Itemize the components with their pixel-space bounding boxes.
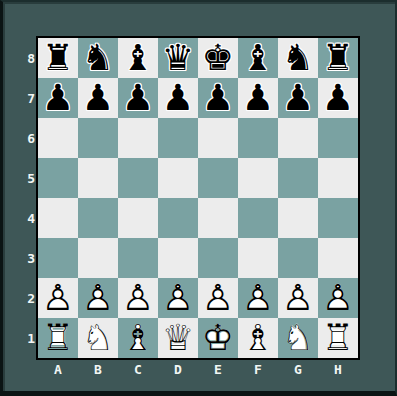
square-c3[interactable] (118, 238, 158, 278)
square-f2[interactable]: ♟♙ (238, 278, 278, 318)
square-d6[interactable] (158, 118, 198, 158)
square-e5[interactable] (198, 158, 238, 198)
rank-label-6: 6 (6, 118, 36, 158)
piece-wB-f1[interactable]: ♝♗ (238, 318, 278, 358)
piece-bP-d7[interactable]: ♟ (158, 78, 198, 118)
piece-bR-h8[interactable]: ♜ (318, 38, 358, 78)
piece-bQ-d8[interactable]: ♛ (158, 38, 198, 78)
piece-wP-a2[interactable]: ♟♙ (38, 278, 78, 318)
square-g7[interactable]: ♟ (278, 78, 318, 118)
square-g4[interactable] (278, 198, 318, 238)
white-piece-outline: ♙ (78, 278, 118, 318)
square-d8[interactable]: ♛ (158, 38, 198, 78)
square-d2[interactable]: ♟♙ (158, 278, 198, 318)
square-c8[interactable]: ♝ (118, 38, 158, 78)
white-piece-outline: ♙ (278, 278, 318, 318)
square-f4[interactable] (238, 198, 278, 238)
chess-app-window: 87654321 ♜♞♝♛♚♝♞♜♟♟♟♟♟♟♟♟♟♙♟♙♟♙♟♙♟♙♟♙♟♙♟… (0, 0, 397, 396)
piece-bK-e8[interactable]: ♚ (198, 38, 238, 78)
rank-label-3: 3 (6, 238, 36, 278)
square-b5[interactable] (78, 158, 118, 198)
square-e2[interactable]: ♟♙ (198, 278, 238, 318)
piece-bP-g7[interactable]: ♟ (278, 78, 318, 118)
white-piece-outline: ♔ (198, 318, 238, 358)
square-h1[interactable]: ♜♖ (318, 318, 358, 358)
rank-label-5: 5 (6, 158, 36, 198)
file-label-a: A (38, 361, 78, 377)
square-e4[interactable] (198, 198, 238, 238)
square-a5[interactable] (38, 158, 78, 198)
square-h3[interactable] (318, 238, 358, 278)
square-d1[interactable]: ♛♕ (158, 318, 198, 358)
square-h7[interactable]: ♟ (318, 78, 358, 118)
square-c2[interactable]: ♟♙ (118, 278, 158, 318)
piece-wQ-d1[interactable]: ♛♕ (158, 318, 198, 358)
white-piece-outline: ♙ (158, 278, 198, 318)
piece-wP-c2[interactable]: ♟♙ (118, 278, 158, 318)
piece-wR-h1[interactable]: ♜♖ (318, 318, 358, 358)
piece-wP-d2[interactable]: ♟♙ (158, 278, 198, 318)
piece-bB-c8[interactable]: ♝ (118, 38, 158, 78)
rank-label-8: 8 (6, 38, 36, 78)
piece-bP-c7[interactable]: ♟ (118, 78, 158, 118)
piece-wP-h2[interactable]: ♟♙ (318, 278, 358, 318)
square-d3[interactable] (158, 238, 198, 278)
square-a4[interactable] (38, 198, 78, 238)
square-b1[interactable]: ♞♘ (78, 318, 118, 358)
white-piece-outline: ♙ (198, 278, 238, 318)
piece-bP-e7[interactable]: ♟ (198, 78, 238, 118)
square-e6[interactable] (198, 118, 238, 158)
white-piece-outline: ♗ (238, 318, 278, 358)
square-f3[interactable] (238, 238, 278, 278)
piece-bP-h7[interactable]: ♟ (318, 78, 358, 118)
rank-label-2: 2 (6, 278, 36, 318)
piece-wP-g2[interactable]: ♟♙ (278, 278, 318, 318)
piece-wN-g1[interactable]: ♞♘ (278, 318, 318, 358)
square-c5[interactable] (118, 158, 158, 198)
piece-bP-b7[interactable]: ♟ (78, 78, 118, 118)
square-c1[interactable]: ♝♗ (118, 318, 158, 358)
piece-bR-a8[interactable]: ♜ (38, 38, 78, 78)
square-a1[interactable]: ♜♖ (38, 318, 78, 358)
piece-bP-f7[interactable]: ♟ (238, 78, 278, 118)
rank-labels: 87654321 (6, 38, 36, 358)
file-label-b: B (78, 361, 118, 377)
square-g5[interactable] (278, 158, 318, 198)
square-d4[interactable] (158, 198, 198, 238)
square-b2[interactable]: ♟♙ (78, 278, 118, 318)
square-d5[interactable] (158, 158, 198, 198)
square-a7[interactable]: ♟ (38, 78, 78, 118)
rank-label-4: 4 (6, 198, 36, 238)
square-h8[interactable]: ♜ (318, 38, 358, 78)
file-label-d: D (158, 361, 198, 377)
piece-wP-b2[interactable]: ♟♙ (78, 278, 118, 318)
square-g6[interactable] (278, 118, 318, 158)
file-label-g: G (278, 361, 318, 377)
white-piece-outline: ♘ (78, 318, 118, 358)
file-label-c: C (118, 361, 158, 377)
square-b4[interactable] (78, 198, 118, 238)
piece-wP-f2[interactable]: ♟♙ (238, 278, 278, 318)
square-b3[interactable] (78, 238, 118, 278)
piece-wP-e2[interactable]: ♟♙ (198, 278, 238, 318)
white-piece-outline: ♗ (118, 318, 158, 358)
square-f8[interactable]: ♝ (238, 38, 278, 78)
rank-label-7: 7 (6, 78, 36, 118)
square-e7[interactable]: ♟ (198, 78, 238, 118)
square-h5[interactable] (318, 158, 358, 198)
square-h4[interactable] (318, 198, 358, 238)
square-h6[interactable] (318, 118, 358, 158)
file-labels: ABCDEFGH (38, 361, 358, 377)
square-c6[interactable] (118, 118, 158, 158)
square-b7[interactable]: ♟ (78, 78, 118, 118)
piece-bN-b8[interactable]: ♞ (78, 38, 118, 78)
file-label-h: H (318, 361, 358, 377)
square-c7[interactable]: ♟ (118, 78, 158, 118)
piece-bN-g8[interactable]: ♞ (278, 38, 318, 78)
square-a3[interactable] (38, 238, 78, 278)
square-c4[interactable] (118, 198, 158, 238)
white-piece-outline: ♖ (318, 318, 358, 358)
white-piece-outline: ♘ (278, 318, 318, 358)
square-a8[interactable]: ♜ (38, 38, 78, 78)
chess-board: ♜♞♝♛♚♝♞♜♟♟♟♟♟♟♟♟♟♙♟♙♟♙♟♙♟♙♟♙♟♙♟♙♜♖♞♘♝♗♛♕… (36, 36, 360, 360)
square-a6[interactable] (38, 118, 78, 158)
rank-label-1: 1 (6, 318, 36, 358)
white-piece-outline: ♙ (118, 278, 158, 318)
square-b6[interactable] (78, 118, 118, 158)
piece-wK-e1[interactable]: ♚♔ (198, 318, 238, 358)
piece-wB-c1[interactable]: ♝♗ (118, 318, 158, 358)
square-e1[interactable]: ♚♔ (198, 318, 238, 358)
white-piece-outline: ♙ (238, 278, 278, 318)
square-e8[interactable]: ♚ (198, 38, 238, 78)
white-piece-outline: ♖ (38, 318, 78, 358)
square-g1[interactable]: ♞♘ (278, 318, 318, 358)
square-b8[interactable]: ♞ (78, 38, 118, 78)
piece-bP-a7[interactable]: ♟ (38, 78, 78, 118)
white-piece-outline: ♕ (158, 318, 198, 358)
square-f1[interactable]: ♝♗ (238, 318, 278, 358)
square-g8[interactable]: ♞ (278, 38, 318, 78)
file-label-e: E (198, 361, 238, 377)
square-g2[interactable]: ♟♙ (278, 278, 318, 318)
white-piece-outline: ♙ (38, 278, 78, 318)
file-label-f: F (238, 361, 278, 377)
square-f5[interactable] (238, 158, 278, 198)
square-a2[interactable]: ♟♙ (38, 278, 78, 318)
piece-wR-a1[interactable]: ♜♖ (38, 318, 78, 358)
square-e3[interactable] (198, 238, 238, 278)
piece-bB-f8[interactable]: ♝ (238, 38, 278, 78)
white-piece-outline: ♙ (318, 278, 358, 318)
square-g3[interactable] (278, 238, 318, 278)
square-h2[interactable]: ♟♙ (318, 278, 358, 318)
square-f6[interactable] (238, 118, 278, 158)
piece-wN-b1[interactable]: ♞♘ (78, 318, 118, 358)
square-d7[interactable]: ♟ (158, 78, 198, 118)
square-f7[interactable]: ♟ (238, 78, 278, 118)
